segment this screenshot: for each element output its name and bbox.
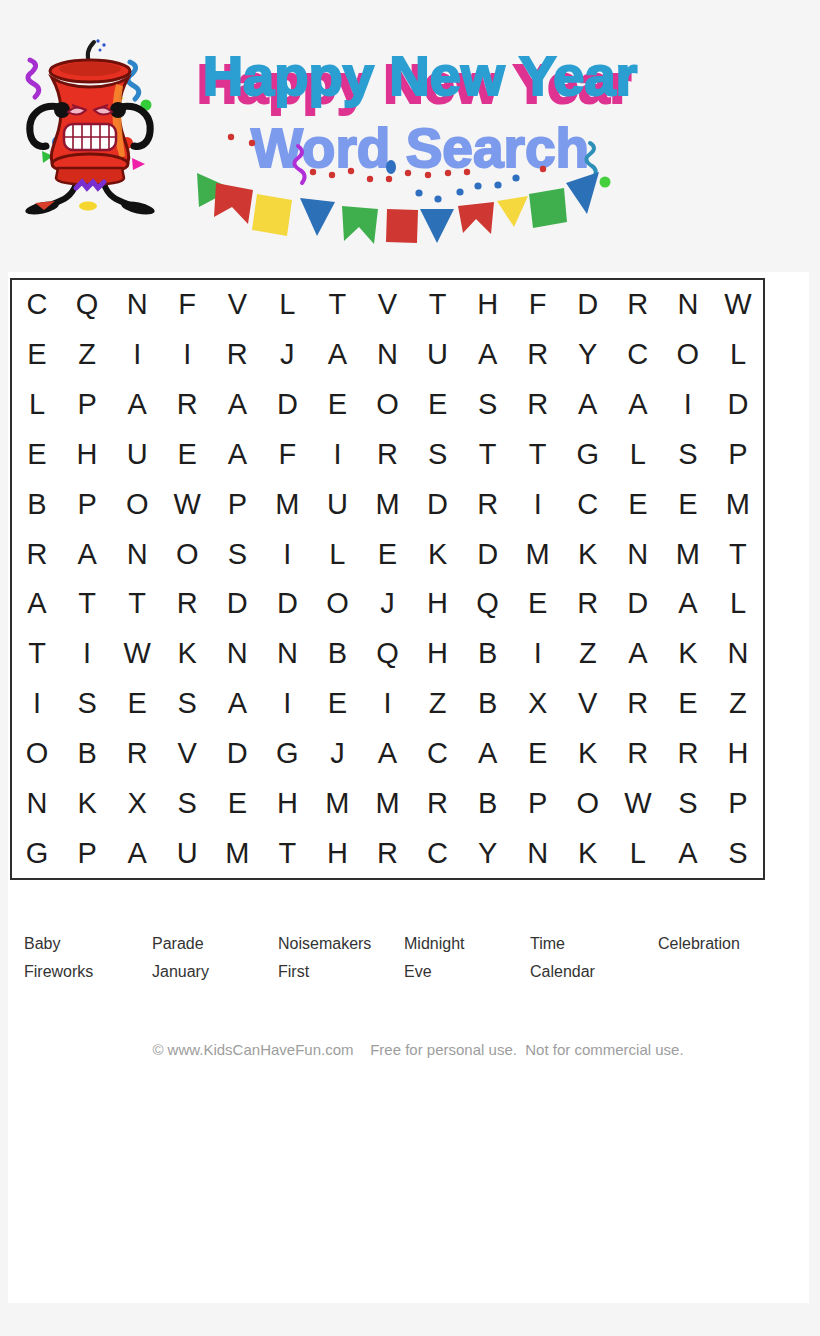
- grid-cell[interactable]: R: [663, 728, 713, 778]
- word-list-item: Calendar: [530, 963, 658, 981]
- grid-cell[interactable]: T: [413, 280, 463, 330]
- grid-cell[interactable]: S: [413, 429, 463, 479]
- word-list-item: Celebration: [658, 935, 792, 953]
- grid-cell[interactable]: P: [62, 828, 112, 878]
- page-background: Happy New Year Happy New Year Word Searc…: [0, 0, 820, 1336]
- grid-cell[interactable]: E: [513, 728, 563, 778]
- grid-cell[interactable]: P: [713, 778, 763, 828]
- grid-cell[interactable]: U: [413, 330, 463, 380]
- grid-cell[interactable]: B: [312, 629, 362, 679]
- grid-cell[interactable]: R: [162, 579, 212, 629]
- grid-cell[interactable]: T: [713, 529, 763, 579]
- grid-cell[interactable]: A: [12, 579, 62, 629]
- grid-cell[interactable]: I: [513, 479, 563, 529]
- grid-cell[interactable]: M: [362, 778, 412, 828]
- grid-cell[interactable]: A: [112, 380, 162, 430]
- grid-cell[interactable]: K: [563, 728, 613, 778]
- grid-cell[interactable]: R: [362, 429, 412, 479]
- grid-cell[interactable]: T: [62, 579, 112, 629]
- grid-cell[interactable]: F: [513, 280, 563, 330]
- grid-cell[interactable]: D: [262, 380, 312, 430]
- grid-cell[interactable]: N: [212, 629, 262, 679]
- grid-cell[interactable]: Z: [713, 679, 763, 729]
- grid-cell[interactable]: O: [663, 330, 713, 380]
- grid-cell[interactable]: M: [312, 778, 362, 828]
- grid-cell[interactable]: R: [513, 330, 563, 380]
- grid-cell[interactable]: A: [112, 828, 162, 878]
- grid-cell[interactable]: V: [362, 280, 412, 330]
- grid-cell[interactable]: E: [663, 479, 713, 529]
- grid-cell[interactable]: A: [613, 380, 663, 430]
- grid-cell[interactable]: H: [262, 778, 312, 828]
- grid-cell[interactable]: I: [663, 380, 713, 430]
- grid-cell[interactable]: E: [112, 679, 162, 729]
- grid-cell[interactable]: M: [713, 479, 763, 529]
- grid-cell[interactable]: W: [613, 778, 663, 828]
- grid-cell[interactable]: P: [713, 429, 763, 479]
- grid-cell[interactable]: L: [613, 429, 663, 479]
- grid-cell[interactable]: X: [513, 679, 563, 729]
- word-list-item: Baby: [24, 935, 152, 953]
- grid-cell[interactable]: E: [312, 679, 362, 729]
- grid-cell[interactable]: A: [663, 579, 713, 629]
- grid-cell[interactable]: D: [212, 579, 262, 629]
- grid-cell[interactable]: M: [212, 828, 262, 878]
- grid-cell[interactable]: J: [362, 579, 412, 629]
- grid-cell[interactable]: V: [162, 728, 212, 778]
- grid-cell[interactable]: R: [463, 479, 513, 529]
- grid-cell[interactable]: Q: [62, 280, 112, 330]
- grid-cell[interactable]: K: [62, 778, 112, 828]
- word-list-item: First: [278, 963, 404, 981]
- grid-cell[interactable]: L: [262, 280, 312, 330]
- grid-cell[interactable]: L: [312, 529, 362, 579]
- grid-cell[interactable]: D: [713, 380, 763, 430]
- grid-cell[interactable]: A: [463, 728, 513, 778]
- grid-cell[interactable]: P: [513, 778, 563, 828]
- grid-cell[interactable]: U: [162, 828, 212, 878]
- grid-cell[interactable]: O: [563, 778, 613, 828]
- grid-cell[interactable]: I: [513, 629, 563, 679]
- grid-cell[interactable]: O: [362, 380, 412, 430]
- grid-cell[interactable]: Y: [563, 330, 613, 380]
- grid-cell[interactable]: D: [262, 579, 312, 629]
- grid-cell[interactable]: H: [413, 629, 463, 679]
- grid-cell[interactable]: T: [112, 579, 162, 629]
- page-title: Happy New Year Happy New Year: [20, 48, 820, 118]
- grid-cell[interactable]: S: [663, 429, 713, 479]
- grid-cell[interactable]: N: [713, 629, 763, 679]
- grid-cell[interactable]: H: [463, 280, 513, 330]
- grid-cell[interactable]: R: [413, 778, 463, 828]
- grid-cell[interactable]: S: [162, 679, 212, 729]
- grid-cell[interactable]: N: [12, 778, 62, 828]
- grid-cell[interactable]: I: [362, 679, 412, 729]
- word-list-item: Eve: [404, 963, 530, 981]
- grid-cell[interactable]: N: [513, 828, 563, 878]
- grid-cell[interactable]: E: [12, 429, 62, 479]
- word-search-grid: CQNFVLTVTHFDRNWEZIIRJANUARYCOLLPARADEOES…: [10, 278, 765, 880]
- grid-cell[interactable]: R: [212, 330, 262, 380]
- grid-cell[interactable]: A: [362, 728, 412, 778]
- grid-cell[interactable]: V: [563, 679, 613, 729]
- grid-cell[interactable]: C: [12, 280, 62, 330]
- grid-cell[interactable]: N: [613, 529, 663, 579]
- grid-cell[interactable]: Z: [413, 679, 463, 729]
- word-list-item: Noisemakers: [278, 935, 404, 953]
- grid-cell[interactable]: D: [563, 280, 613, 330]
- grid-cell[interactable]: E: [312, 380, 362, 430]
- grid-cell[interactable]: G: [262, 728, 312, 778]
- grid-cell[interactable]: R: [513, 380, 563, 430]
- grid-cell[interactable]: B: [463, 679, 513, 729]
- grid-cell[interactable]: B: [463, 778, 513, 828]
- grid-cell[interactable]: B: [12, 479, 62, 529]
- grid-cell[interactable]: D: [212, 728, 262, 778]
- grid-cell[interactable]: C: [563, 479, 613, 529]
- grid-cell[interactable]: T: [312, 280, 362, 330]
- grid-cell[interactable]: L: [713, 579, 763, 629]
- grid-cell[interactable]: E: [162, 429, 212, 479]
- grid-cell[interactable]: B: [62, 728, 112, 778]
- grid-cell[interactable]: Y: [463, 828, 513, 878]
- grid-cell[interactable]: A: [212, 679, 262, 729]
- grid-cell[interactable]: R: [112, 728, 162, 778]
- grid-cell[interactable]: H: [413, 579, 463, 629]
- grid-cell[interactable]: M: [262, 479, 312, 529]
- grid-cell[interactable]: S: [62, 679, 112, 729]
- word-list-item: January: [152, 963, 278, 981]
- grid-cell[interactable]: T: [513, 429, 563, 479]
- grid-cell[interactable]: N: [112, 529, 162, 579]
- grid-cell[interactable]: O: [162, 529, 212, 579]
- grid-cell[interactable]: A: [62, 529, 112, 579]
- grid-cell[interactable]: I: [112, 330, 162, 380]
- grid-cell[interactable]: N: [262, 629, 312, 679]
- grid-cell[interactable]: A: [463, 330, 513, 380]
- grid-cell[interactable]: E: [212, 778, 262, 828]
- grid-cell[interactable]: C: [413, 828, 463, 878]
- grid-cell[interactable]: Z: [563, 629, 613, 679]
- grid-cell[interactable]: Z: [62, 330, 112, 380]
- grid-cell[interactable]: M: [362, 479, 412, 529]
- grid-cell[interactable]: N: [362, 330, 412, 380]
- grid-cell[interactable]: I: [12, 679, 62, 729]
- grid-cell[interactable]: M: [513, 529, 563, 579]
- grid-cell[interactable]: X: [112, 778, 162, 828]
- grid-cell[interactable]: O: [112, 479, 162, 529]
- grid-cell[interactable]: F: [262, 429, 312, 479]
- grid-cell[interactable]: K: [162, 629, 212, 679]
- grid-cell[interactable]: L: [713, 330, 763, 380]
- grid-cell[interactable]: R: [12, 529, 62, 579]
- grid-cell[interactable]: P: [212, 479, 262, 529]
- grid-cell[interactable]: I: [262, 679, 312, 729]
- word-list-item: Parade: [152, 935, 278, 953]
- pennant-flags-icon: [197, 172, 599, 244]
- grid-cell[interactable]: P: [62, 380, 112, 430]
- grid-cell[interactable]: R: [563, 579, 613, 629]
- grid-cell[interactable]: Q: [362, 629, 412, 679]
- grid-cell[interactable]: E: [663, 679, 713, 729]
- grid-cell[interactable]: E: [513, 579, 563, 629]
- grid-cell[interactable]: A: [212, 429, 262, 479]
- grid-cell[interactable]: R: [162, 380, 212, 430]
- grid-cell[interactable]: O: [312, 579, 362, 629]
- grid-cell[interactable]: R: [613, 280, 663, 330]
- grid-cell[interactable]: S: [463, 380, 513, 430]
- grid-cell[interactable]: R: [613, 679, 663, 729]
- grid-cell[interactable]: C: [413, 728, 463, 778]
- grid-cell[interactable]: D: [413, 479, 463, 529]
- grid-cell[interactable]: I: [312, 429, 362, 479]
- grid-cell[interactable]: H: [62, 429, 112, 479]
- grid-cell[interactable]: V: [212, 280, 262, 330]
- page-title-text: Happy New Year: [20, 48, 820, 104]
- grid-cell[interactable]: I: [62, 629, 112, 679]
- grid-cell[interactable]: E: [12, 330, 62, 380]
- grid-cell[interactable]: R: [362, 828, 412, 878]
- grid-cell[interactable]: K: [413, 529, 463, 579]
- grid-cell[interactable]: W: [162, 479, 212, 529]
- grid-cell[interactable]: G: [12, 828, 62, 878]
- grid-cell[interactable]: R: [613, 728, 663, 778]
- grid-cell[interactable]: G: [563, 429, 613, 479]
- grid-cell[interactable]: E: [362, 529, 412, 579]
- grid-cell[interactable]: H: [713, 728, 763, 778]
- grid-cell[interactable]: I: [162, 330, 212, 380]
- grid-cell[interactable]: F: [162, 280, 212, 330]
- word-list-item: Time: [530, 935, 658, 953]
- grid-cell[interactable]: T: [262, 828, 312, 878]
- grid-cell[interactable]: S: [212, 529, 262, 579]
- grid-cell[interactable]: E: [613, 479, 663, 529]
- grid-cell[interactable]: S: [162, 778, 212, 828]
- word-list-item: Midnight: [404, 935, 530, 953]
- grid-cell[interactable]: K: [563, 828, 613, 878]
- grid-cell[interactable]: I: [262, 529, 312, 579]
- grid-cell[interactable]: Q: [463, 579, 513, 629]
- copyright-text: © www.KidsCanHaveFun.com Free for person…: [28, 1041, 808, 1058]
- grid-cell[interactable]: L: [613, 828, 663, 878]
- grid-cell[interactable]: J: [262, 330, 312, 380]
- grid-cell[interactable]: S: [713, 828, 763, 878]
- grid-cell[interactable]: L: [12, 380, 62, 430]
- grid-cell[interactable]: T: [463, 429, 513, 479]
- grid-cell[interactable]: E: [413, 380, 463, 430]
- grid-cell[interactable]: C: [613, 330, 663, 380]
- word-list-item: Fireworks: [24, 963, 152, 981]
- grid-cell[interactable]: B: [463, 629, 513, 679]
- grid-cell[interactable]: W: [713, 280, 763, 330]
- grid-cell[interactable]: N: [112, 280, 162, 330]
- grid-cell[interactable]: D: [613, 579, 663, 629]
- word-list-row: BabyParadeNoisemakersMidnightTimeCelebra…: [24, 930, 804, 958]
- grid-cell[interactable]: S: [663, 778, 713, 828]
- grid-cell[interactable]: A: [563, 380, 613, 430]
- grid-cell[interactable]: U: [112, 429, 162, 479]
- bunting-banner-icon: [185, 130, 625, 250]
- grid-cell[interactable]: W: [112, 629, 162, 679]
- grid-cell[interactable]: N: [663, 280, 713, 330]
- word-list-row: FireworksJanuaryFirstEveCalendar: [24, 958, 804, 986]
- grid-cell[interactable]: K: [663, 629, 713, 679]
- grid-cell[interactable]: H: [312, 828, 362, 878]
- grid-cell[interactable]: O: [12, 728, 62, 778]
- grid-cell[interactable]: A: [613, 629, 663, 679]
- grid-cell[interactable]: U: [312, 479, 362, 529]
- grid-cell[interactable]: T: [12, 629, 62, 679]
- grid-cell[interactable]: D: [463, 529, 513, 579]
- grid-cell[interactable]: M: [663, 529, 713, 579]
- grid-cell[interactable]: K: [563, 529, 613, 579]
- grid-cell[interactable]: A: [312, 330, 362, 380]
- grid-cell[interactable]: P: [62, 479, 112, 529]
- word-list: BabyParadeNoisemakersMidnightTimeCelebra…: [24, 930, 804, 986]
- grid-cell[interactable]: A: [212, 380, 262, 430]
- grid-cell[interactable]: J: [312, 728, 362, 778]
- grid-cell[interactable]: A: [663, 828, 713, 878]
